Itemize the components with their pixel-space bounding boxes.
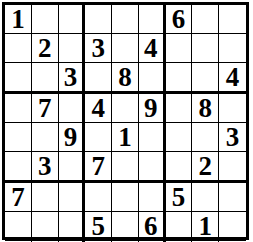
cell-r5c7[interactable]: [166, 123, 193, 152]
cell-r4c6[interactable]: 9: [139, 94, 166, 123]
cell-r3c5[interactable]: 8: [112, 63, 139, 94]
given-digit: 7: [91, 152, 105, 180]
cell-r7c8[interactable]: [192, 183, 219, 212]
cell-r4c4[interactable]: 4: [85, 94, 112, 123]
cell-r1c4[interactable]: [85, 5, 112, 34]
cell-r2c4[interactable]: 3: [85, 34, 112, 63]
given-digit: 2: [38, 34, 52, 62]
cell-r3c9[interactable]: 4: [219, 63, 246, 94]
given-digit: 4: [144, 34, 158, 62]
cell-r7c1[interactable]: 7: [5, 183, 32, 212]
cell-r5c8[interactable]: [192, 123, 219, 152]
cell-r8c9[interactable]: [219, 212, 246, 241]
given-digit: 3: [38, 152, 52, 180]
given-digit: 4: [91, 94, 105, 122]
cell-r8c3[interactable]: [59, 212, 86, 241]
cell-r4c1[interactable]: [5, 94, 32, 123]
cell-r6c3[interactable]: [59, 152, 86, 183]
given-digit: 9: [144, 94, 158, 122]
cell-r4c8[interactable]: 8: [192, 94, 219, 123]
cell-r8c4[interactable]: 5: [85, 212, 112, 241]
cell-r3c7[interactable]: [166, 63, 193, 94]
cell-r2c3[interactable]: [59, 34, 86, 63]
cell-r3c2[interactable]: [32, 63, 59, 94]
cell-r8c2[interactable]: [32, 212, 59, 241]
cell-r2c6[interactable]: 4: [139, 34, 166, 63]
cell-r7c5[interactable]: [112, 183, 139, 212]
sudoku-board: 16234384749891337275561879: [2, 2, 249, 240]
cell-r6c1[interactable]: [5, 152, 32, 183]
cell-r5c1[interactable]: [5, 123, 32, 152]
cell-r2c8[interactable]: [192, 34, 219, 63]
cell-r5c5[interactable]: 1: [112, 123, 139, 152]
cell-r8c5[interactable]: [112, 212, 139, 241]
cell-r2c1[interactable]: [5, 34, 32, 63]
cell-r1c6[interactable]: [139, 5, 166, 34]
given-digit: 4: [226, 63, 240, 91]
cell-r2c2[interactable]: 2: [32, 34, 59, 63]
cell-r5c6[interactable]: [139, 123, 166, 152]
cell-r6c2[interactable]: 3: [32, 152, 59, 183]
cell-r7c6[interactable]: [139, 183, 166, 212]
cell-r7c9[interactable]: [219, 183, 246, 212]
cell-r5c9[interactable]: 3: [219, 123, 246, 152]
cell-r6c9[interactable]: [219, 152, 246, 183]
cell-r2c5[interactable]: [112, 34, 139, 63]
given-digit: 8: [199, 94, 213, 122]
cell-r8c6[interactable]: 6: [139, 212, 166, 241]
given-digit: 2: [199, 152, 213, 180]
cell-r4c2[interactable]: 7: [32, 94, 59, 123]
cell-r1c9[interactable]: [219, 5, 246, 34]
cell-r5c4[interactable]: [85, 123, 112, 152]
cell-r8c7[interactable]: [166, 212, 193, 241]
cell-r3c4[interactable]: [85, 63, 112, 94]
cell-r7c2[interactable]: [32, 183, 59, 212]
cell-r1c5[interactable]: [112, 5, 139, 34]
given-digit: 7: [11, 183, 25, 211]
given-digit: 1: [199, 212, 213, 240]
cell-r4c7[interactable]: [166, 94, 193, 123]
cell-r8c1[interactable]: [5, 212, 32, 241]
cell-r6c8[interactable]: 2: [192, 152, 219, 183]
cell-r1c8[interactable]: [192, 5, 219, 34]
cell-r6c4[interactable]: 7: [85, 152, 112, 183]
given-digit: 6: [172, 5, 186, 33]
given-digit: 3: [226, 123, 240, 151]
cell-r3c3[interactable]: 3: [59, 63, 86, 94]
given-digit: 7: [38, 94, 52, 122]
cell-r7c3[interactable]: [59, 183, 86, 212]
cell-r3c8[interactable]: [192, 63, 219, 94]
cell-r5c2[interactable]: [32, 123, 59, 152]
given-digit: 9: [64, 123, 78, 151]
cell-r1c3[interactable]: [59, 5, 86, 34]
cell-r1c2[interactable]: [32, 5, 59, 34]
cell-r4c3[interactable]: [59, 94, 86, 123]
cell-r8c8[interactable]: 1: [192, 212, 219, 241]
given-digit: 3: [64, 63, 78, 91]
cell-r6c5[interactable]: [112, 152, 139, 183]
cell-r6c6[interactable]: [139, 152, 166, 183]
cell-r7c7[interactable]: 5: [166, 183, 193, 212]
cell-r3c1[interactable]: [5, 63, 32, 94]
given-digit: 1: [118, 123, 132, 151]
cell-r6c7[interactable]: [166, 152, 193, 183]
cell-r1c1[interactable]: 1: [5, 5, 32, 34]
cell-r4c9[interactable]: [219, 94, 246, 123]
given-digit: 1: [11, 5, 25, 33]
cell-r3c6[interactable]: [139, 63, 166, 94]
cell-r1c7[interactable]: 6: [166, 5, 193, 34]
cell-r2c9[interactable]: [219, 34, 246, 63]
given-digit: 5: [172, 183, 186, 211]
given-digit: 8: [118, 63, 132, 91]
cell-r4c5[interactable]: [112, 94, 139, 123]
given-digit: 3: [91, 34, 105, 62]
cell-r7c4[interactable]: [85, 183, 112, 212]
cell-r2c7[interactable]: [166, 34, 193, 63]
given-digit: 5: [91, 212, 105, 240]
cell-r5c3[interactable]: 9: [59, 123, 86, 152]
given-digit: 6: [144, 212, 158, 240]
